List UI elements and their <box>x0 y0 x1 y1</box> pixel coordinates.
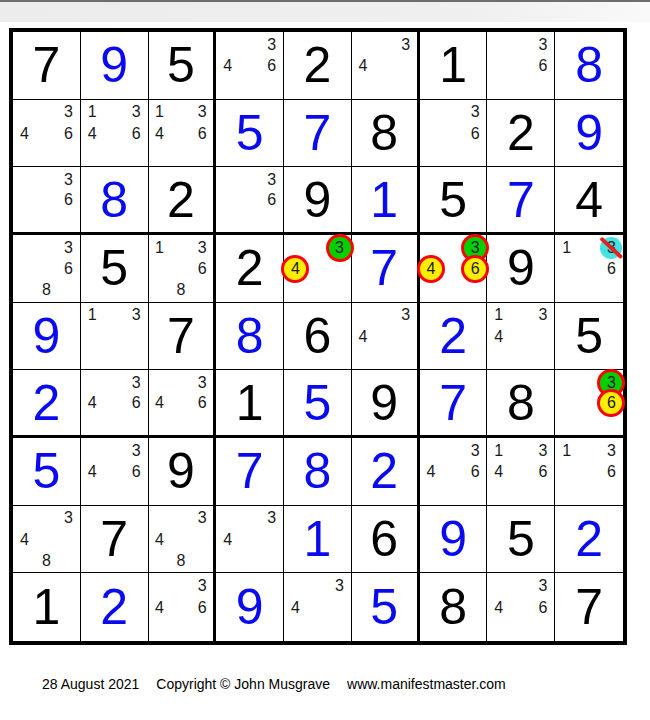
given-digit: 5 <box>167 40 195 90</box>
cell-r1c5[interactable]: 2 <box>284 32 352 100</box>
candidate-4: 4 <box>488 597 510 619</box>
solved-digit: 9 <box>439 514 467 564</box>
cell-r5c4[interactable]: 8 <box>216 303 284 371</box>
given-digit: 8 <box>370 108 398 158</box>
cell-r5c2[interactable]: 13 <box>81 303 149 371</box>
candidate-6: 6 <box>261 189 283 211</box>
cell-r5c6[interactable]: 34 <box>352 303 420 371</box>
candidate-6: 6 <box>191 258 213 280</box>
candidate-4-yellow-ring: 4 <box>417 255 445 283</box>
candidate-4: 4 <box>217 55 239 77</box>
cell-r2c1[interactable]: 346 <box>13 100 81 168</box>
cell-r9c6[interactable]: 5 <box>352 573 420 641</box>
given-digit: 9 <box>507 243 535 293</box>
cell-r1c9[interactable]: 8 <box>555 32 623 100</box>
candidate-4: 4 <box>352 55 374 77</box>
candidate-4: 4 <box>81 123 103 145</box>
given-digit: 7 <box>32 40 60 90</box>
candidate-3: 3 <box>125 440 147 462</box>
solved-digit: 8 <box>100 175 128 225</box>
cell-r2c5[interactable]: 7 <box>284 100 352 168</box>
cell-r8c7[interactable]: 9 <box>420 506 488 574</box>
candidate-4: 4 <box>284 597 306 619</box>
cell-r7c5[interactable]: 8 <box>284 438 352 506</box>
candidate-4: 4 <box>352 326 374 348</box>
candidate-3: 3 <box>261 34 283 56</box>
cell-r3c5[interactable]: 9 <box>284 167 352 235</box>
cell-r9c5[interactable]: 34 <box>284 573 352 641</box>
cell-r8c4[interactable]: 34 <box>216 506 284 574</box>
cell-r7c9[interactable]: 136 <box>555 438 623 506</box>
candidate-3: 3 <box>57 101 79 123</box>
cell-r5c1[interactable]: 9 <box>13 303 81 371</box>
cell-r2c3[interactable]: 1346 <box>149 100 217 168</box>
given-digit: 6 <box>370 514 398 564</box>
cell-r6c7[interactable]: 7 <box>420 370 488 438</box>
sudoku-board: 7953462341368346134613465783629368236915… <box>9 28 627 645</box>
candidate-1: 1 <box>488 440 510 462</box>
candidate-3: 3 <box>600 440 622 462</box>
candidate-3: 3 <box>261 169 283 191</box>
cell-r9c4[interactable]: 9 <box>216 573 284 641</box>
solved-digit: 2 <box>575 514 603 564</box>
cell-r6c2[interactable]: 346 <box>81 370 149 438</box>
given-digit: 2 <box>167 175 195 225</box>
candidate-6: 6 <box>125 123 147 145</box>
cell-r4c5[interactable]: 34 <box>284 235 352 303</box>
candidate-4: 4 <box>13 123 35 145</box>
solved-digit: 5 <box>32 446 60 496</box>
cell-r7c4[interactable]: 7 <box>216 438 284 506</box>
cell-r9c1[interactable]: 1 <box>13 573 81 641</box>
cell-r8c8[interactable]: 5 <box>487 506 555 574</box>
given-digit: 7 <box>575 582 603 632</box>
cell-r9c2[interactable]: 2 <box>81 573 149 641</box>
cell-r8c9[interactable]: 2 <box>555 506 623 574</box>
candidate-4: 4 <box>420 461 442 483</box>
cell-r4c4[interactable]: 2 <box>216 235 284 303</box>
cell-r7c3[interactable]: 9 <box>149 438 217 506</box>
cell-r7c2[interactable]: 346 <box>81 438 149 506</box>
cell-r6c5[interactable]: 5 <box>284 370 352 438</box>
candidate-3-cyan-strike: 3 <box>600 237 622 259</box>
solved-digit: 8 <box>304 446 332 496</box>
cell-r2c2[interactable]: 1346 <box>81 100 149 168</box>
solved-digit: 2 <box>100 582 128 632</box>
candidate-4: 4 <box>217 529 239 551</box>
cell-r3c3[interactable]: 2 <box>149 167 217 235</box>
cell-r8c5[interactable]: 1 <box>284 506 352 574</box>
candidate-6: 6 <box>191 392 213 414</box>
cell-r4c3[interactable]: 1368 <box>149 235 217 303</box>
given-digit: 1 <box>32 582 60 632</box>
cell-r2c6[interactable]: 8 <box>352 100 420 168</box>
solved-digit: 7 <box>439 378 467 428</box>
cell-r5c5[interactable]: 6 <box>284 303 352 371</box>
candidate-4: 4 <box>81 461 103 483</box>
candidate-4: 4 <box>488 461 510 483</box>
cell-r3c1[interactable]: 36 <box>13 167 81 235</box>
cell-r9c3[interactable]: 346 <box>149 573 217 641</box>
cell-r2c9[interactable]: 9 <box>555 100 623 168</box>
solved-digit: 7 <box>507 175 535 225</box>
solved-digit: 1 <box>370 175 398 225</box>
cell-r2c7[interactable]: 36 <box>420 100 488 168</box>
given-digit: 9 <box>304 175 332 225</box>
candidate-4: 4 <box>13 529 35 551</box>
given-digit: 7 <box>167 311 195 361</box>
given-digit: 9 <box>370 378 398 428</box>
given-digit: 6 <box>304 311 332 361</box>
candidate-3: 3 <box>395 34 417 56</box>
cell-r9c8[interactable]: 346 <box>487 573 555 641</box>
solved-digit: 7 <box>370 243 398 293</box>
cell-r1c8[interactable]: 36 <box>487 32 555 100</box>
cell-r8c3[interactable]: 348 <box>149 506 217 574</box>
cell-r1c1[interactable]: 7 <box>13 32 81 100</box>
given-digit: 7 <box>100 514 128 564</box>
cell-r6c6[interactable]: 9 <box>352 370 420 438</box>
solved-digit: 7 <box>236 446 264 496</box>
candidate-4: 4 <box>81 392 103 414</box>
cell-r8c6[interactable]: 6 <box>352 506 420 574</box>
cell-r4c9[interactable]: 136 <box>555 235 623 303</box>
candidate-3: 3 <box>191 575 213 597</box>
solved-digit: 9 <box>236 582 264 632</box>
given-digit: 2 <box>236 243 264 293</box>
top-bar <box>0 0 650 22</box>
candidate-3: 3 <box>464 440 486 462</box>
solved-digit: 5 <box>304 378 332 428</box>
given-digit: 8 <box>439 582 467 632</box>
cell-r4c2[interactable]: 5 <box>81 235 149 303</box>
footer: 28 August 2021 Copyright © John Musgrave… <box>42 676 506 692</box>
cell-r4c1[interactable]: 368 <box>13 235 81 303</box>
candidate-6: 6 <box>600 258 622 280</box>
solved-digit: 1 <box>304 514 332 564</box>
candidate-3: 3 <box>464 101 486 123</box>
given-digit: 4 <box>575 175 603 225</box>
candidate-3: 3 <box>191 507 213 529</box>
cell-r7c7[interactable]: 346 <box>420 438 488 506</box>
candidate-8: 8 <box>35 550 57 572</box>
candidate-3: 3 <box>329 575 351 597</box>
candidate-3: 3 <box>532 440 554 462</box>
cell-r3c9[interactable]: 4 <box>555 167 623 235</box>
candidate-6: 6 <box>532 55 554 77</box>
candidate-4: 4 <box>149 529 171 551</box>
cell-r6c9[interactable]: 36 <box>555 370 623 438</box>
solved-digit: 9 <box>32 311 60 361</box>
given-digit: 1 <box>439 40 467 90</box>
candidate-6: 6 <box>125 392 147 414</box>
candidate-6-yellow-ring: 6 <box>461 255 489 283</box>
candidate-6: 6 <box>57 123 79 145</box>
candidate-8: 8 <box>170 279 192 301</box>
candidate-6: 6 <box>532 461 554 483</box>
given-digit: 5 <box>575 311 603 361</box>
given-digit: 2 <box>507 108 535 158</box>
candidate-1: 1 <box>81 101 103 123</box>
candidate-8: 8 <box>170 550 192 572</box>
footer-date: 28 August 2021 <box>42 676 139 692</box>
cell-r3c7[interactable]: 5 <box>420 167 488 235</box>
candidate-1: 1 <box>149 101 171 123</box>
candidate-3: 3 <box>191 372 213 394</box>
cell-r3c2[interactable]: 8 <box>81 167 149 235</box>
cell-r2c8[interactable]: 2 <box>487 100 555 168</box>
candidate-6: 6 <box>191 597 213 619</box>
candidate-6: 6 <box>191 123 213 145</box>
candidate-3-green-ring: 3 <box>326 234 354 262</box>
candidate-3: 3 <box>532 34 554 56</box>
candidate-1: 1 <box>488 304 510 326</box>
candidate-1: 1 <box>556 237 578 259</box>
solved-digit: 9 <box>575 108 603 158</box>
given-digit: 1 <box>236 378 264 428</box>
candidate-6: 6 <box>125 461 147 483</box>
solved-digit: 2 <box>370 446 398 496</box>
solved-digit: 2 <box>32 378 60 428</box>
cell-r2c4[interactable]: 5 <box>216 100 284 168</box>
cell-r5c3[interactable]: 7 <box>149 303 217 371</box>
solved-digit: 7 <box>304 108 332 158</box>
cell-r8c2[interactable]: 7 <box>81 506 149 574</box>
candidate-6: 6 <box>600 461 622 483</box>
cell-r1c3[interactable]: 5 <box>149 32 217 100</box>
cell-r5c9[interactable]: 5 <box>555 303 623 371</box>
candidate-3: 3 <box>57 169 79 191</box>
footer-website: www.manifestmaster.com <box>347 676 506 692</box>
candidate-6-yellow-ring: 6 <box>597 389 625 417</box>
given-digit: 9 <box>167 446 195 496</box>
cell-r6c1[interactable]: 2 <box>13 370 81 438</box>
cell-r3c6[interactable]: 1 <box>352 167 420 235</box>
candidate-4: 4 <box>149 597 171 619</box>
candidate-6: 6 <box>261 55 283 77</box>
candidate-3: 3 <box>532 304 554 326</box>
solved-digit: 8 <box>575 40 603 90</box>
candidate-3: 3 <box>125 372 147 394</box>
cell-r5c8[interactable]: 134 <box>487 303 555 371</box>
cell-r7c8[interactable]: 1346 <box>487 438 555 506</box>
candidate-3: 3 <box>395 304 417 326</box>
cell-r9c7[interactable]: 8 <box>420 573 488 641</box>
candidate-3: 3 <box>261 507 283 529</box>
cell-r4c6[interactable]: 7 <box>352 235 420 303</box>
solved-digit: 5 <box>236 108 264 158</box>
candidate-3: 3 <box>125 101 147 123</box>
cell-r5c7[interactable]: 2 <box>420 303 488 371</box>
candidate-3: 3 <box>532 575 554 597</box>
given-digit: 8 <box>507 378 535 428</box>
cell-r6c3[interactable]: 346 <box>149 370 217 438</box>
cell-r1c6[interactable]: 34 <box>352 32 420 100</box>
given-digit: 5 <box>100 243 128 293</box>
given-digit: 5 <box>507 514 535 564</box>
candidate-6: 6 <box>464 123 486 145</box>
cell-r4c7[interactable]: 346 <box>420 235 488 303</box>
candidate-3: 3 <box>57 237 79 259</box>
solved-digit: 2 <box>439 311 467 361</box>
candidate-3: 3 <box>57 507 79 529</box>
elimination-strike-line <box>600 236 624 258</box>
cell-r1c7[interactable]: 1 <box>420 32 488 100</box>
cell-r3c8[interactable]: 7 <box>487 167 555 235</box>
candidate-6: 6 <box>57 258 79 280</box>
candidate-3: 3 <box>125 304 147 326</box>
solved-digit: 8 <box>236 311 264 361</box>
candidate-6: 6 <box>57 189 79 211</box>
candidate-4: 4 <box>488 326 510 348</box>
solved-digit: 5 <box>370 582 398 632</box>
cell-r4c8[interactable]: 9 <box>487 235 555 303</box>
cell-r3c4[interactable]: 36 <box>216 167 284 235</box>
candidate-1: 1 <box>149 237 171 259</box>
candidate-4: 4 <box>149 392 171 414</box>
candidate-6: 6 <box>464 461 486 483</box>
cell-r6c8[interactable]: 8 <box>487 370 555 438</box>
candidate-3: 3 <box>191 101 213 123</box>
cell-r6c4[interactable]: 1 <box>216 370 284 438</box>
cell-r8c1[interactable]: 348 <box>13 506 81 574</box>
cell-r9c9[interactable]: 7 <box>555 573 623 641</box>
cell-r7c1[interactable]: 5 <box>13 438 81 506</box>
footer-copyright: Copyright © John Musgrave <box>156 676 330 692</box>
cell-r1c4[interactable]: 346 <box>216 32 284 100</box>
candidate-1: 1 <box>81 304 103 326</box>
cell-r7c6[interactable]: 2 <box>352 438 420 506</box>
given-digit: 2 <box>304 40 332 90</box>
candidate-8: 8 <box>35 279 57 301</box>
cell-r1c2[interactable]: 9 <box>81 32 149 100</box>
candidate-4-yellow-ring: 4 <box>281 255 309 283</box>
candidate-1: 1 <box>556 440 578 462</box>
candidate-6: 6 <box>532 597 554 619</box>
solved-digit: 9 <box>100 40 128 90</box>
candidate-4: 4 <box>149 123 171 145</box>
candidate-3: 3 <box>191 237 213 259</box>
given-digit: 5 <box>439 175 467 225</box>
